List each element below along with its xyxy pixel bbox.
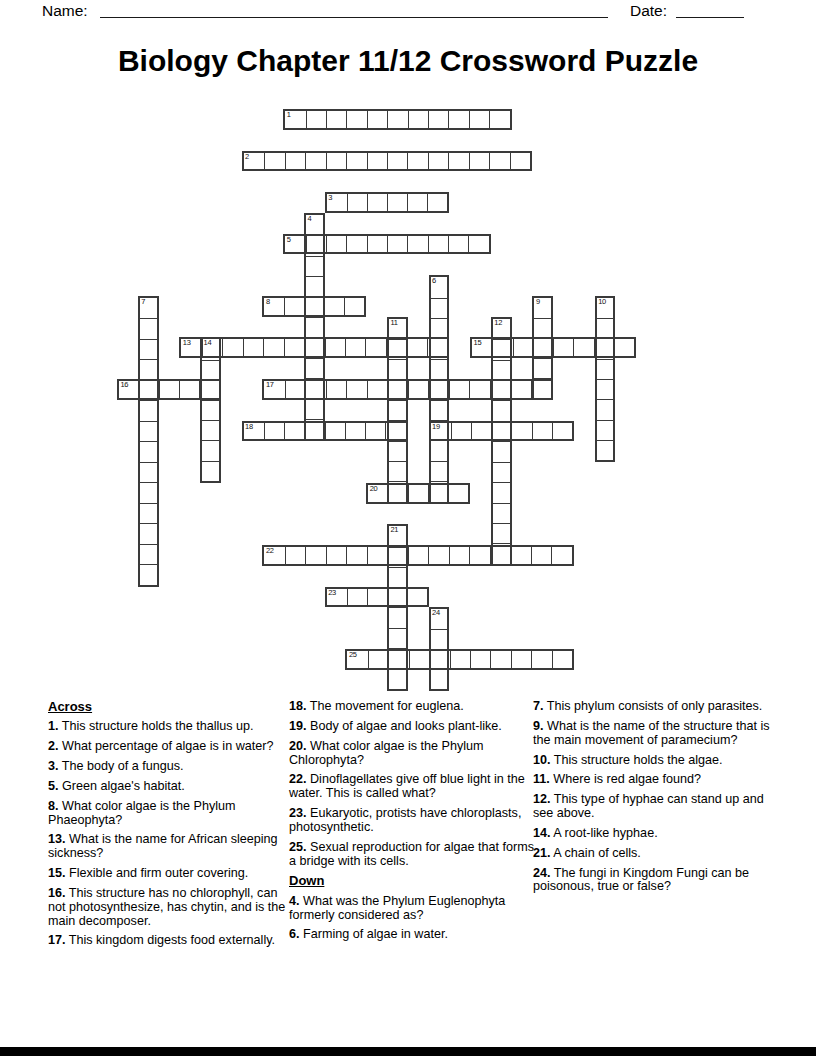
clue-14: 14. A root-like hyphae.	[533, 827, 775, 841]
grid-cell[interactable]	[387, 153, 407, 170]
grid-cell[interactable]	[511, 423, 531, 440]
grid-cell[interactable]	[448, 236, 468, 253]
clue-17: 17. This kingdom digests food externally…	[48, 934, 291, 948]
clue-number: 20	[370, 485, 378, 494]
grid-cell[interactable]	[326, 153, 346, 170]
grid-cell[interactable]	[448, 111, 468, 128]
grid-cell[interactable]	[428, 111, 448, 128]
grid-cell[interactable]	[140, 441, 157, 461]
grid-cell[interactable]	[431, 481, 448, 501]
grid-cell[interactable]	[306, 317, 323, 337]
grid-cell[interactable]: 7	[140, 298, 157, 318]
grid-cell[interactable]	[285, 153, 305, 170]
page-title: Biology Chapter 11/12 Crossword Puzzle	[0, 44, 816, 78]
grid-cell[interactable]	[367, 236, 387, 253]
grid-cell[interactable]	[471, 423, 491, 440]
grid-cell[interactable]	[346, 111, 366, 128]
grid-cell[interactable]	[407, 153, 427, 170]
clue-number: 25	[349, 651, 357, 660]
grid-cell[interactable]	[408, 381, 428, 398]
grid-cell[interactable]	[367, 589, 387, 606]
word-2-across: 2	[242, 151, 533, 172]
word-21-down: 21	[387, 524, 408, 690]
grid-cell[interactable]	[306, 337, 323, 357]
word-7-down: 7	[138, 296, 159, 587]
grid-cell[interactable]	[407, 589, 427, 606]
grid-cell[interactable]	[202, 461, 219, 481]
clue-10: 10. This structure holds the algae.	[533, 754, 775, 768]
clue-1: 1. This structure holds the thallus up.	[48, 720, 291, 734]
clue-11: 11. Where is red algae found?	[533, 773, 775, 787]
grid-cell[interactable]	[389, 420, 406, 440]
clue-5: 5. Green algae's habitat.	[48, 780, 291, 794]
word-25-across: 25	[345, 649, 573, 670]
grid-cell[interactable]	[428, 547, 449, 564]
clue-7: 7. This phylum consists of only parasite…	[533, 700, 775, 714]
grid-cell[interactable]: 1	[285, 111, 305, 128]
grid-cell[interactable]	[389, 359, 406, 379]
grid-cell[interactable]	[510, 153, 530, 170]
grid-cell[interactable]	[449, 381, 469, 398]
grid-cell[interactable]	[551, 547, 572, 564]
grid-cell[interactable]	[389, 648, 406, 668]
grid-cell[interactable]	[202, 360, 219, 380]
word-3-across: 3	[325, 192, 450, 213]
date-label: Date:	[630, 2, 667, 20]
clue-number: 18	[245, 423, 253, 432]
grid-cell[interactable]	[510, 547, 531, 564]
grid-cell[interactable]	[493, 400, 510, 420]
grid-cell[interactable]	[389, 628, 406, 648]
grid-cell[interactable]	[140, 503, 157, 523]
word-14-down: 14	[200, 337, 221, 482]
grid-cell[interactable]: 22	[264, 547, 285, 564]
grid-cell[interactable]	[493, 482, 510, 502]
grid-cell[interactable]	[243, 339, 263, 356]
grid-cell[interactable]: 23	[327, 589, 347, 606]
grid-cell[interactable]	[202, 380, 219, 400]
word-20-across: 20	[366, 483, 470, 504]
grid-cell[interactable]	[306, 358, 323, 378]
grid-cell[interactable]	[346, 381, 366, 398]
grid-cell[interactable]: 13	[181, 339, 201, 356]
grid-cell[interactable]	[431, 338, 448, 358]
grid-cell[interactable]	[534, 378, 551, 398]
name-label: Name:	[42, 2, 88, 20]
grid-cell[interactable]	[469, 111, 489, 128]
clue-number: 12	[494, 319, 502, 328]
grid-cell[interactable]	[493, 523, 510, 543]
grid-cell[interactable]	[510, 381, 530, 398]
grid-cell[interactable]	[493, 441, 510, 461]
grid-cell[interactable]	[552, 423, 572, 440]
clue-20: 20. What color algae is the Phylum Chlor…	[289, 740, 536, 768]
grid-cell[interactable]	[493, 339, 510, 359]
clue-number: 3	[328, 194, 332, 203]
grid-cell[interactable]	[469, 547, 490, 564]
grid-cell[interactable]	[367, 381, 387, 398]
grid-cell[interactable]	[431, 461, 448, 481]
name-input-line[interactable]	[100, 1, 608, 18]
clue-15: 15. Flexible and firm outer covering.	[48, 867, 291, 881]
grid-cell[interactable]: 16	[119, 381, 139, 398]
grid-cell[interactable]: 9	[534, 298, 551, 318]
grid-cell[interactable]	[387, 111, 407, 128]
clue-number: 5	[287, 236, 291, 245]
clue-16: 16. This structure has no chlorophyll, c…	[48, 887, 291, 929]
grid-cell[interactable]	[347, 589, 367, 606]
grid-cell[interactable]: 4	[306, 215, 323, 235]
grid-cell[interactable]	[489, 111, 509, 128]
grid-cell[interactable]	[140, 544, 157, 564]
grid-cell[interactable]	[448, 153, 468, 170]
clue-number: 16	[121, 381, 129, 390]
grid-cell[interactable]: 20	[368, 485, 388, 502]
grid-cell[interactable]	[614, 339, 634, 356]
grid-cell[interactable]	[326, 111, 346, 128]
word-11-down: 11	[387, 317, 408, 504]
grid-cell[interactable]	[387, 194, 407, 211]
clues-header-down: Down	[289, 874, 536, 888]
grid-cell[interactable]	[344, 298, 364, 315]
clue-number: 23	[328, 589, 336, 598]
grid-cell[interactable]	[389, 668, 406, 688]
grid-cell[interactable]	[222, 339, 242, 356]
clue-number: 9	[536, 298, 540, 307]
grid-cell[interactable]	[493, 462, 510, 482]
grid-cell[interactable]	[597, 440, 614, 460]
grid-cell[interactable]	[367, 111, 387, 128]
grid-cell[interactable]	[325, 339, 345, 356]
grid-cell[interactable]	[428, 153, 448, 170]
clue-number: 6	[432, 277, 436, 286]
grid-cell[interactable]	[450, 651, 470, 668]
word-18-across: 18	[242, 421, 408, 442]
clue-2: 2. What percentage of algae is in water?	[48, 740, 291, 754]
grid-cell[interactable]	[451, 423, 471, 440]
grid-cell[interactable]	[284, 423, 304, 440]
clue-8: 8. What color algae is the Phylum Phaeop…	[48, 800, 291, 828]
grid-cell[interactable]	[427, 194, 447, 211]
grid-cell[interactable]	[493, 360, 510, 380]
grid-cell[interactable]	[431, 379, 448, 399]
grid-cell[interactable]	[493, 503, 510, 523]
clue-column-1: Across1. This structure holds the thallu…	[48, 700, 291, 954]
clue-number: 17	[266, 381, 274, 390]
clue-number: 11	[391, 319, 398, 328]
grid-cell[interactable]	[597, 318, 614, 338]
grid-cell[interactable]: 6	[431, 277, 448, 297]
grid-cell[interactable]	[389, 461, 406, 481]
grid-cell[interactable]: 2	[244, 153, 264, 170]
grid-cell[interactable]	[306, 296, 323, 316]
grid-cell[interactable]	[389, 441, 406, 461]
grid-cell[interactable]	[469, 153, 489, 170]
grid-cell[interactable]: 12	[493, 319, 510, 339]
grid-cell[interactable]	[140, 380, 157, 400]
grid-cell[interactable]	[347, 194, 367, 211]
grid-cell[interactable]	[285, 547, 306, 564]
grid-cell[interactable]: 25	[347, 651, 367, 668]
clue-19: 19. Body of algae and looks plant-like.	[289, 720, 536, 734]
grid-cell[interactable]	[408, 485, 428, 502]
grid-cell[interactable]	[346, 153, 366, 170]
grid-cell[interactable]	[469, 381, 489, 398]
clue-number: 2	[245, 153, 249, 162]
grid-cell[interactable]	[284, 298, 304, 315]
grid-cell[interactable]	[389, 339, 406, 359]
grid-cell[interactable]	[140, 400, 157, 420]
crossword-grid: 1235813151617181920222325467910111214212…	[117, 109, 637, 691]
clue-25: 25. Sexual reproduction for algae that f…	[289, 841, 536, 869]
grid-cell[interactable]	[431, 440, 448, 460]
grid-cell[interactable]	[263, 339, 283, 356]
grid-cell[interactable]	[140, 523, 157, 543]
grid-cell[interactable]	[534, 358, 551, 378]
word-24-down: 24	[429, 607, 450, 690]
word-6-down: 6	[429, 275, 450, 503]
grid-cell[interactable]	[367, 153, 387, 170]
grid-cell[interactable]	[306, 256, 323, 276]
word-9-down: 9	[532, 296, 553, 400]
grid-cell[interactable]: 15	[472, 339, 492, 356]
grid-cell[interactable]	[140, 318, 157, 338]
grid-cell[interactable]	[431, 420, 448, 440]
grid-cell[interactable]	[159, 381, 179, 398]
grid-cell[interactable]	[365, 339, 385, 356]
grid-cell[interactable]: 14	[202, 339, 219, 359]
grid-cell[interactable]	[326, 236, 346, 253]
clue-23: 23. Eukaryotic, protists have chloroplas…	[289, 807, 536, 835]
grid-cell[interactable]	[573, 339, 593, 356]
grid-cell[interactable]	[490, 651, 510, 668]
grid-cell[interactable]	[140, 564, 157, 584]
grid-cell[interactable]	[306, 378, 323, 398]
word-4-down: 4	[304, 213, 325, 441]
grid-cell[interactable]: 10	[597, 298, 614, 318]
grid-cell[interactable]	[493, 421, 510, 441]
grid-cell[interactable]	[389, 547, 406, 567]
worksheet-page: Name: Date: Biology Chapter 11/12 Crossw…	[0, 0, 816, 1056]
grid-cell[interactable]	[513, 339, 533, 356]
grid-cell[interactable]	[408, 547, 429, 564]
grid-cell[interactable]	[387, 236, 407, 253]
grid-cell[interactable]: 17	[264, 381, 284, 398]
grid-cell[interactable]	[306, 111, 326, 128]
clue-number: 24	[432, 609, 440, 618]
grid-cell[interactable]	[406, 339, 426, 356]
clue-18: 18. The movement for euglena.	[289, 700, 536, 714]
date-input-line[interactable]	[676, 1, 744, 18]
clue-3: 3. The body of a fungus.	[48, 760, 291, 774]
clue-number: 1	[287, 111, 291, 120]
grid-cell[interactable]	[534, 338, 551, 358]
grid-cell[interactable]	[531, 651, 551, 668]
grid-cell[interactable]	[532, 423, 552, 440]
grid-cell[interactable]	[305, 547, 326, 564]
clue-number: 15	[474, 339, 482, 348]
grid-cell[interactable]	[448, 485, 468, 502]
grid-cell[interactable]	[553, 339, 573, 356]
grid-cell[interactable]	[140, 421, 157, 441]
grid-cell[interactable]	[202, 400, 219, 420]
grid-cell[interactable]	[431, 400, 448, 420]
grid-cell[interactable]	[264, 153, 284, 170]
clue-number: 4	[307, 215, 311, 224]
grid-cell[interactable]	[409, 651, 429, 668]
clue-12: 12. This type of hyphae can stand up and…	[533, 793, 775, 821]
clue-24: 24. The fungi in Kingdom Fungi can be po…	[533, 867, 775, 895]
grid-cell[interactable]	[470, 651, 490, 668]
grid-cell[interactable]	[489, 153, 509, 170]
clue-number: 7	[141, 298, 145, 307]
grid-cell[interactable]	[407, 236, 427, 253]
grid-cell[interactable]: 8	[264, 298, 284, 315]
clue-number: 21	[391, 526, 399, 535]
word-1-across: 1	[283, 109, 511, 130]
grid-cell[interactable]	[428, 236, 448, 253]
clue-4: 4. What was the Phylum Euglenophyta form…	[289, 895, 536, 923]
grid-cell[interactable]	[140, 339, 157, 359]
grid-cell[interactable]	[140, 482, 157, 502]
grid-cell[interactable]	[493, 543, 510, 563]
grid-cell[interactable]	[408, 111, 428, 128]
grid-cell[interactable]	[511, 651, 531, 668]
grid-cell[interactable]: 5	[285, 236, 305, 253]
grid-cell[interactable]	[389, 380, 406, 400]
grid-cell[interactable]: 24	[431, 609, 448, 629]
grid-cell[interactable]	[449, 547, 470, 564]
grid-cell[interactable]	[389, 400, 406, 420]
grid-cell[interactable]	[389, 567, 406, 587]
grid-cell[interactable]	[306, 399, 323, 419]
grid-cell[interactable]	[431, 298, 448, 318]
grid-cell[interactable]	[264, 423, 284, 440]
page-bottom-bar	[0, 1047, 816, 1056]
clue-number: 13	[183, 339, 191, 348]
grid-cell[interactable]	[597, 379, 614, 399]
grid-cell[interactable]	[389, 481, 406, 501]
grid-cell[interactable]	[326, 381, 346, 398]
grid-cell[interactable]	[306, 419, 323, 439]
grid-cell[interactable]	[140, 462, 157, 482]
grid-cell[interactable]	[431, 649, 448, 669]
word-22-across: 22	[262, 545, 574, 566]
grid-cell[interactable]	[202, 420, 219, 440]
grid-cell[interactable]	[285, 381, 305, 398]
grid-cell[interactable]	[431, 359, 448, 379]
clue-number: 22	[266, 547, 274, 556]
grid-cell[interactable]	[306, 276, 323, 296]
word-23-across: 23	[325, 587, 429, 608]
grid-cell[interactable]	[431, 669, 448, 689]
clue-column-2: 18. The movement for euglena.19. Body of…	[289, 700, 536, 948]
grid-cell[interactable]	[324, 298, 344, 315]
grid-cell[interactable]	[326, 547, 347, 564]
clue-number: 8	[266, 298, 270, 307]
grid-cell[interactable]: 18	[244, 423, 264, 440]
grid-cell[interactable]	[368, 651, 388, 668]
clue-number: 14	[204, 339, 212, 348]
grid-cell[interactable]	[407, 194, 427, 211]
grid-cell[interactable]	[597, 420, 614, 440]
grid-cell[interactable]: 11	[389, 319, 406, 339]
grid-cell[interactable]	[325, 423, 345, 440]
grid-cell[interactable]	[597, 338, 614, 358]
clue-6: 6. Farming of algae in water.	[289, 928, 536, 942]
grid-cell[interactable]	[346, 236, 366, 253]
grid-cell[interactable]	[389, 587, 406, 607]
grid-cell[interactable]	[389, 607, 406, 627]
grid-cell[interactable]	[202, 440, 219, 460]
grid-cell[interactable]	[493, 380, 510, 400]
grid-cell[interactable]: 3	[327, 194, 347, 211]
grid-cell[interactable]	[468, 236, 488, 253]
grid-cell[interactable]	[531, 547, 552, 564]
clue-9: 9. What is the name of the structure tha…	[533, 720, 775, 748]
grid-cell[interactable]	[345, 339, 365, 356]
clues-header-across: Across	[48, 700, 291, 714]
word-12-down: 12	[491, 317, 512, 566]
grid-cell[interactable]	[284, 339, 304, 356]
grid-cell[interactable]	[305, 153, 325, 170]
grid-cell[interactable]	[306, 235, 323, 255]
grid-cell[interactable]: 21	[389, 526, 406, 546]
grid-cell[interactable]	[140, 359, 157, 379]
grid-cell[interactable]	[346, 547, 367, 564]
grid-cell[interactable]	[367, 547, 388, 564]
clue-column-3: 7. This phylum consists of only parasite…	[533, 700, 775, 900]
grid-cell[interactable]	[179, 381, 199, 398]
grid-cell[interactable]	[431, 629, 448, 649]
word-10-down: 10	[595, 296, 616, 462]
clue-22: 22. Dinoflagellates give off blue light …	[289, 773, 536, 801]
grid-cell[interactable]	[365, 423, 385, 440]
grid-cell[interactable]	[597, 359, 614, 379]
grid-cell[interactable]	[597, 399, 614, 419]
grid-cell[interactable]	[534, 318, 551, 338]
clue-13: 13. What is the name for African sleepin…	[48, 833, 291, 861]
clue-number: 10	[598, 298, 606, 307]
grid-cell[interactable]	[345, 423, 365, 440]
grid-cell[interactable]	[431, 318, 448, 338]
grid-cell[interactable]	[552, 651, 572, 668]
clue-21: 21. A chain of cells.	[533, 847, 775, 861]
grid-cell[interactable]	[367, 194, 387, 211]
